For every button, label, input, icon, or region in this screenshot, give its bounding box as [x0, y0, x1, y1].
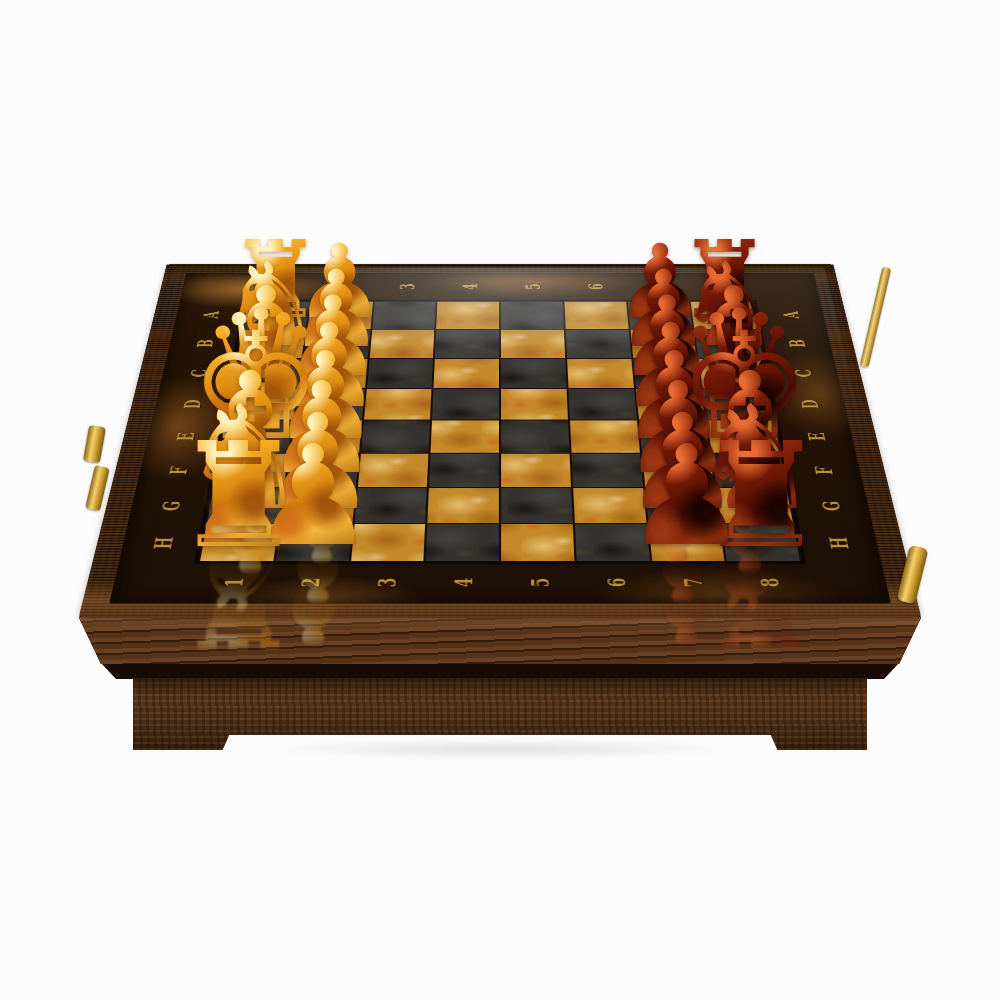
file-label-right-H: H [822, 537, 854, 549]
file-label-right-F: F [808, 466, 838, 474]
rank-label-far-1: 1 [267, 284, 293, 290]
rank-label-near-1: 1 [216, 578, 247, 587]
rank-label-far-3: 3 [393, 284, 418, 290]
rank-label-far-4: 4 [456, 284, 481, 290]
rank-label-far-6: 6 [582, 284, 607, 290]
file-label-left-F: F [163, 466, 193, 474]
file-label-left-H: H [146, 537, 178, 549]
file-label-left-D: D [177, 399, 206, 408]
rank-label-near-4: 4 [447, 578, 477, 587]
gold-hinge-icon [860, 266, 892, 367]
file-label-left-A: A [197, 311, 224, 318]
ground-shadow [150, 736, 850, 762]
gold-clasp-icon [83, 425, 106, 463]
rank-label-far-7: 7 [644, 284, 669, 290]
file-label-left-B: B [190, 339, 217, 347]
product-photo-scene: 11AA22BB33CC44DD55EE66FF77GG88HH ♜♜♞♞♝♝♛… [0, 0, 1000, 1000]
file-label-left-C: C [184, 369, 212, 377]
rank-label-far-2: 2 [330, 284, 355, 290]
rank-label-near-5: 5 [523, 578, 553, 587]
file-label-right-C: C [788, 369, 816, 377]
file-label-left-G: G [155, 500, 186, 510]
file-label-right-E: E [801, 432, 830, 440]
coordinate-labels: 11AA22BB33CC44DD55EE66FF77GG88HH [79, 264, 922, 618]
file-label-left-E: E [170, 432, 199, 440]
file-label-right-G: G [815, 500, 846, 510]
chess-board-lid: 11AA22BB33CC44DD55EE66FF77GG88HH [79, 264, 922, 618]
rank-label-far-5: 5 [519, 284, 544, 290]
rank-label-near-3: 3 [370, 578, 401, 587]
lid-base-gap-shadow [101, 663, 899, 679]
lid-front-face [79, 617, 921, 664]
file-label-right-B: B [782, 339, 809, 347]
file-label-right-D: D [794, 399, 823, 408]
file-label-right-A: A [777, 311, 804, 318]
rank-label-near-7: 7 [676, 578, 707, 587]
rank-label-near-6: 6 [600, 578, 631, 587]
rank-label-near-2: 2 [293, 578, 324, 587]
rank-label-near-8: 8 [752, 578, 783, 587]
rank-label-far-8: 8 [707, 284, 733, 290]
